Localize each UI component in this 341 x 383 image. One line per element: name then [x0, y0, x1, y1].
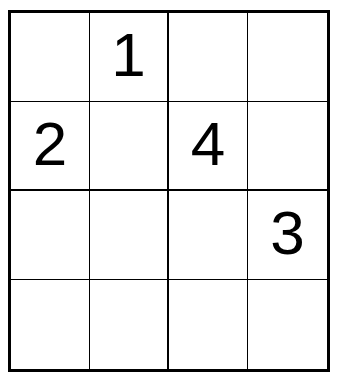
cell-r2c1: 2 — [11, 102, 90, 191]
sudoku-board: 1 2 4 3 — [8, 10, 330, 372]
cell-r3c4: 3 — [248, 191, 327, 280]
cell-r1c4[interactable] — [248, 13, 327, 102]
cell-r4c1[interactable] — [11, 280, 90, 369]
cell-r2c3: 4 — [169, 102, 248, 191]
cell-r3c1[interactable] — [11, 191, 90, 280]
cell-r4c4[interactable] — [248, 280, 327, 369]
cell-r1c3[interactable] — [169, 13, 248, 102]
cell-r4c2[interactable] — [90, 280, 169, 369]
cell-r3c2[interactable] — [90, 191, 169, 280]
cell-r4c3[interactable] — [169, 280, 248, 369]
cell-r1c1[interactable] — [11, 13, 90, 102]
cell-r3c3[interactable] — [169, 191, 248, 280]
cell-r1c2: 1 — [90, 13, 169, 102]
cell-r2c2[interactable] — [90, 102, 169, 191]
cell-r2c4[interactable] — [248, 102, 327, 191]
